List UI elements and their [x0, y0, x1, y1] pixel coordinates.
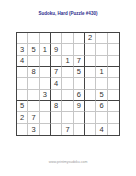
cell-r6c5: [62, 90, 73, 101]
cell-r4c1: [17, 67, 28, 78]
cell-r7c6: 9: [74, 101, 85, 112]
cell-r8c1: 2: [17, 112, 28, 123]
cell-r7c3: [40, 101, 51, 112]
cell-r5c3: [40, 78, 51, 89]
cell-r6c3: 3: [40, 90, 51, 101]
cell-r7c7: [85, 101, 96, 112]
cell-r7c5: [62, 101, 73, 112]
cell-r5c6: [74, 78, 85, 89]
cell-r7c2: [28, 101, 39, 112]
cell-r5c2: [28, 78, 39, 89]
cell-r4c3: [40, 67, 51, 78]
cell-r1c7: 2: [85, 33, 96, 44]
cell-r8c2: 7: [28, 112, 39, 123]
cell-r5c5: [62, 78, 73, 89]
cell-r7c1: 5: [17, 101, 28, 112]
footer-url: www.printmysudoku.com: [0, 160, 136, 164]
cell-r4c7: [85, 67, 96, 78]
cell-r1c3: [40, 33, 51, 44]
cell-r7c4: 8: [51, 101, 62, 112]
cell-r4c8: 1: [96, 67, 107, 78]
cell-r3c5: 1: [62, 56, 73, 67]
cell-r2c8: [96, 44, 107, 55]
cell-r3c3: [40, 56, 51, 67]
cell-r9c7: [85, 124, 96, 135]
cell-r4c5: [62, 67, 73, 78]
cell-r6c1: [17, 90, 28, 101]
cell-r3c1: 4: [17, 56, 28, 67]
cell-r4c6: 5: [74, 67, 85, 78]
cell-r3c2: [28, 56, 39, 67]
cell-r2c3: 1: [40, 44, 51, 55]
cell-r9c1: [17, 124, 28, 135]
cell-r2c2: 5: [28, 44, 39, 55]
cell-r5c9: [108, 78, 119, 89]
cell-r5c1: [17, 78, 28, 89]
cell-r9c3: [40, 124, 51, 135]
cell-r1c1: [17, 33, 28, 44]
cell-r2c7: [85, 44, 96, 55]
cell-r1c4: [51, 33, 62, 44]
cell-r6c8: 5: [96, 90, 107, 101]
cell-r9c5: 7: [62, 124, 73, 135]
cell-r5c4: 4: [51, 78, 62, 89]
cell-r9c8: 4: [96, 124, 107, 135]
cell-r8c3: [40, 112, 51, 123]
cell-r9c6: [74, 124, 85, 135]
cell-r8c4: [51, 112, 62, 123]
cell-r4c4: 7: [51, 67, 62, 78]
cell-r2c9: [108, 44, 119, 55]
cell-r5c7: [85, 78, 96, 89]
cell-r2c6: [74, 44, 85, 55]
cell-r8c9: [108, 112, 119, 123]
cell-r2c5: [62, 44, 73, 55]
cell-r8c7: [85, 112, 96, 123]
cell-r8c8: [96, 112, 107, 123]
cell-r1c5: [62, 33, 73, 44]
cell-r8c6: [74, 112, 85, 123]
cell-r6c9: [108, 90, 119, 101]
cell-r3c7: [85, 56, 96, 67]
cell-r1c8: [96, 33, 107, 44]
cell-r3c6: 7: [74, 56, 85, 67]
cell-r8c5: [62, 112, 73, 123]
cell-r4c2: 8: [28, 67, 39, 78]
cell-r3c8: [96, 56, 107, 67]
sudoku-sheet: Sudoku, Hard (Puzzle #430) 2351941787514…: [0, 0, 136, 176]
cell-r9c2: 3: [28, 124, 39, 135]
cell-r9c9: [108, 124, 119, 135]
cell-r3c4: [51, 56, 62, 67]
cell-r1c9: [108, 33, 119, 44]
cell-r9c4: [51, 124, 62, 135]
cell-r7c8: 6: [96, 101, 107, 112]
page-title: Sudoku, Hard (Puzzle #430): [0, 11, 136, 16]
cell-r7c9: [108, 101, 119, 112]
cell-r6c7: [85, 90, 96, 101]
cell-r2c4: 9: [51, 44, 62, 55]
cell-r6c6: 6: [74, 90, 85, 101]
cell-r1c6: [74, 33, 85, 44]
sudoku-board: 2351941787514365589627374: [16, 32, 120, 136]
cell-r3c9: [108, 56, 119, 67]
cell-r1c2: [28, 33, 39, 44]
cell-r2c1: 3: [17, 44, 28, 55]
cell-r4c9: [108, 67, 119, 78]
cell-r5c8: [96, 78, 107, 89]
cell-r6c4: [51, 90, 62, 101]
cell-r6c2: [28, 90, 39, 101]
